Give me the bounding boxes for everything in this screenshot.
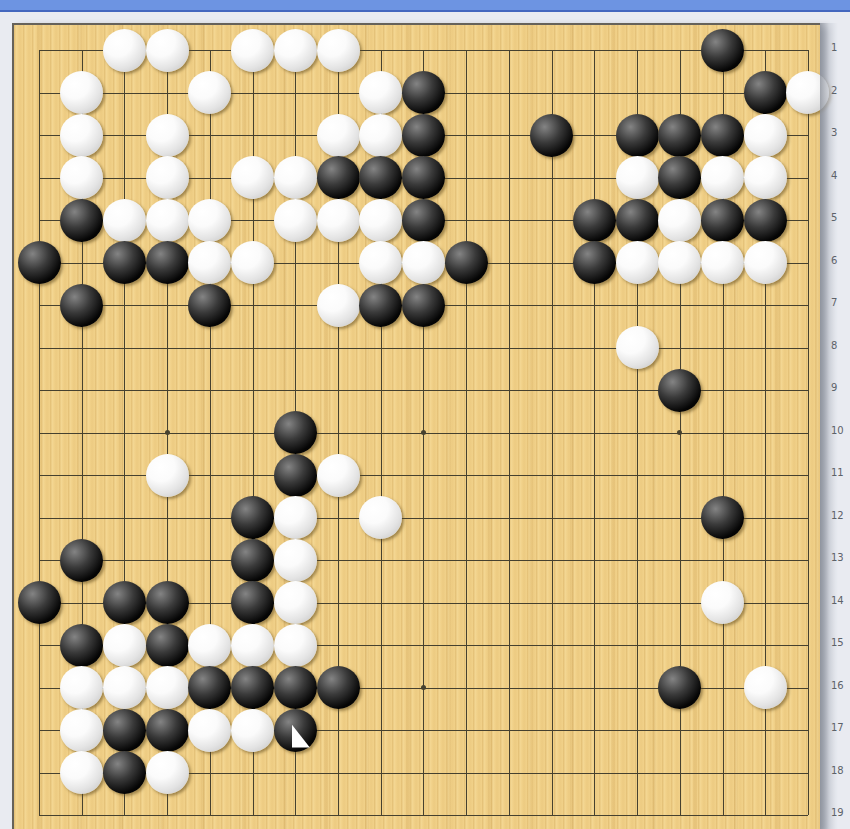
- stone-white: [701, 241, 744, 284]
- stone-white: [359, 496, 402, 539]
- row-labels-strip: 12345678910111213141516171819: [820, 23, 850, 829]
- stone-white: [317, 29, 360, 72]
- stone-white: [274, 156, 317, 199]
- stone-black: [103, 241, 146, 284]
- row-label: 15: [831, 637, 849, 649]
- go-board[interactable]: [12, 23, 820, 829]
- grid-line-horizontal: [39, 560, 808, 561]
- stone-white: [701, 156, 744, 199]
- stone-white: [402, 241, 445, 284]
- stone-white: [359, 71, 402, 114]
- stone-black: [231, 539, 274, 582]
- stone-white: [616, 156, 659, 199]
- stone-black: [60, 199, 103, 242]
- stone-black: [103, 581, 146, 624]
- stone-white: [744, 114, 787, 157]
- star-point: [421, 430, 426, 435]
- stone-black: [701, 29, 744, 72]
- stone-black: [231, 666, 274, 709]
- stone-black: [231, 496, 274, 539]
- stone-black: [18, 581, 61, 624]
- stone-white: [744, 666, 787, 709]
- stone-white: [146, 454, 189, 497]
- stone-black: [701, 496, 744, 539]
- stone-white: [146, 751, 189, 794]
- stone-black: [317, 156, 360, 199]
- stone-black: [402, 114, 445, 157]
- stone-black: [402, 284, 445, 327]
- row-label: 3: [831, 127, 849, 139]
- stone-white: [701, 581, 744, 624]
- stone-white: [658, 241, 701, 284]
- row-label: 4: [831, 170, 849, 182]
- stone-white: [103, 666, 146, 709]
- stone-white: [146, 156, 189, 199]
- stone-white: [188, 624, 231, 667]
- stone-white: [60, 156, 103, 199]
- stone-black: [658, 156, 701, 199]
- star-point: [421, 685, 426, 690]
- stone-black: [658, 369, 701, 412]
- stone-black: [616, 114, 659, 157]
- stone-white: [616, 241, 659, 284]
- row-label: 2: [831, 85, 849, 97]
- stone-black: [231, 581, 274, 624]
- stone-white: [188, 709, 231, 752]
- row-label: 11: [831, 467, 849, 479]
- stone-white: [274, 539, 317, 582]
- stone-black: [60, 624, 103, 667]
- stone-white: [60, 114, 103, 157]
- stone-white: [616, 326, 659, 369]
- stone-white: [60, 71, 103, 114]
- stone-white: [231, 29, 274, 72]
- stone-black: [359, 156, 402, 199]
- stone-white: [146, 666, 189, 709]
- stone-white: [359, 114, 402, 157]
- stone-black: [60, 539, 103, 582]
- stone-black: [573, 199, 616, 242]
- stone-black: [103, 709, 146, 752]
- stone-white: [231, 241, 274, 284]
- stone-white: [317, 114, 360, 157]
- stone-white: [317, 284, 360, 327]
- stone-white: [359, 199, 402, 242]
- stone-white: [658, 199, 701, 242]
- stone-white: [103, 624, 146, 667]
- stone-white: [60, 709, 103, 752]
- stone-white: [274, 29, 317, 72]
- stone-black: [18, 241, 61, 284]
- stone-white: [359, 241, 402, 284]
- stone-black: [744, 71, 787, 114]
- stone-black: [188, 284, 231, 327]
- stone-white: [146, 114, 189, 157]
- stone-black: [146, 241, 189, 284]
- stone-white: [60, 751, 103, 794]
- stone-white: [103, 199, 146, 242]
- stone-white: [231, 624, 274, 667]
- stone-black: [188, 666, 231, 709]
- row-label: 10: [831, 425, 849, 437]
- row-label: 18: [831, 765, 849, 777]
- stone-black: [274, 666, 317, 709]
- stone-white: [744, 156, 787, 199]
- stone-black: [402, 156, 445, 199]
- stone-black: [573, 241, 616, 284]
- stone-black: [402, 199, 445, 242]
- stone-black: [274, 709, 317, 752]
- stone-black: [402, 71, 445, 114]
- stone-white: [274, 496, 317, 539]
- stone-black: [701, 199, 744, 242]
- grid-line-horizontal: [39, 518, 808, 519]
- stone-black: [744, 199, 787, 242]
- stone-black: [701, 114, 744, 157]
- grid-line-horizontal: [39, 815, 808, 816]
- stone-black: [317, 666, 360, 709]
- last-move-triangle-marker: [292, 725, 310, 748]
- stone-black: [274, 411, 317, 454]
- stone-white: [103, 29, 146, 72]
- grid-line-vertical: [509, 50, 510, 815]
- stone-black: [445, 241, 488, 284]
- top-bar: [0, 0, 850, 12]
- stone-black: [658, 114, 701, 157]
- row-label: 12: [831, 510, 849, 522]
- stone-white: [274, 199, 317, 242]
- stone-white: [317, 199, 360, 242]
- stone-white: [188, 199, 231, 242]
- stone-white: [274, 624, 317, 667]
- stone-white: [60, 666, 103, 709]
- stone-white: [231, 709, 274, 752]
- star-point: [165, 430, 170, 435]
- star-point: [677, 430, 682, 435]
- stone-white: [317, 454, 360, 497]
- row-label: 8: [831, 340, 849, 352]
- stone-black: [146, 581, 189, 624]
- stone-white: [744, 241, 787, 284]
- row-label: 17: [831, 722, 849, 734]
- stone-black: [146, 709, 189, 752]
- row-label: 14: [831, 595, 849, 607]
- row-label: 13: [831, 552, 849, 564]
- stone-black: [530, 114, 573, 157]
- row-label: 19: [831, 807, 849, 819]
- grid-line-vertical: [808, 50, 809, 815]
- row-label: 16: [831, 680, 849, 692]
- stone-white: [188, 241, 231, 284]
- row-label: 7: [831, 297, 849, 309]
- stone-black: [103, 751, 146, 794]
- row-label: 5: [831, 212, 849, 224]
- grid-line-vertical: [466, 50, 467, 815]
- stone-white: [274, 581, 317, 624]
- stone-black: [146, 624, 189, 667]
- stone-white: [188, 71, 231, 114]
- grid-line-vertical: [552, 50, 553, 815]
- row-label: 9: [831, 382, 849, 394]
- stone-white: [231, 156, 274, 199]
- stone-black: [616, 199, 659, 242]
- stone-white: [146, 29, 189, 72]
- stone-black: [60, 284, 103, 327]
- stone-black: [274, 454, 317, 497]
- stone-black: [658, 666, 701, 709]
- grid-line-vertical: [594, 50, 595, 815]
- row-label: 6: [831, 255, 849, 267]
- row-label: 1: [831, 42, 849, 54]
- stone-white: [146, 199, 189, 242]
- stone-black: [359, 284, 402, 327]
